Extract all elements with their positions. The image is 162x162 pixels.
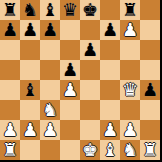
- piece-white-pawn[interactable]: ♟: [62, 80, 78, 100]
- square-f4[interactable]: [100, 80, 120, 100]
- piece-white-knight[interactable]: ♞: [122, 140, 138, 160]
- chess-board: ♜♞♝♛♚♜♟♟♟♟♟♟♟♝♟♛♟♞♟♟♟♟♟♜♚♝♞♜: [0, 0, 160, 160]
- square-b2[interactable]: ♟: [20, 120, 40, 140]
- square-d5[interactable]: ♟: [60, 60, 80, 80]
- piece-white-rook[interactable]: ♜: [2, 140, 18, 160]
- square-h7[interactable]: [140, 20, 160, 40]
- square-e4[interactable]: [80, 80, 100, 100]
- square-g4[interactable]: ♛: [120, 80, 140, 100]
- square-f7[interactable]: ♟: [100, 20, 120, 40]
- square-e8[interactable]: ♚: [80, 0, 100, 20]
- square-e1[interactable]: ♚: [80, 140, 100, 160]
- square-c6[interactable]: [40, 40, 60, 60]
- square-h6[interactable]: [140, 40, 160, 60]
- square-e6[interactable]: ♟: [80, 40, 100, 60]
- square-b5[interactable]: [20, 60, 40, 80]
- square-b8[interactable]: ♞: [20, 0, 40, 20]
- square-a6[interactable]: [0, 40, 20, 60]
- piece-black-knight[interactable]: ♞: [22, 0, 38, 20]
- piece-black-bishop[interactable]: ♝: [22, 80, 38, 100]
- square-d7[interactable]: [60, 20, 80, 40]
- square-f3[interactable]: [100, 100, 120, 120]
- piece-white-bishop[interactable]: ♝: [102, 140, 118, 160]
- square-c7[interactable]: ♟: [40, 20, 60, 40]
- square-a3[interactable]: [0, 100, 20, 120]
- square-h5[interactable]: [140, 60, 160, 80]
- square-d1[interactable]: [60, 140, 80, 160]
- square-h2[interactable]: [140, 120, 160, 140]
- square-e7[interactable]: [80, 20, 100, 40]
- square-g2[interactable]: ♟: [120, 120, 140, 140]
- square-f5[interactable]: [100, 60, 120, 80]
- piece-black-queen[interactable]: ♛: [62, 0, 78, 20]
- square-b7[interactable]: ♟: [20, 20, 40, 40]
- piece-black-king[interactable]: ♚: [82, 0, 98, 20]
- square-b3[interactable]: [20, 100, 40, 120]
- square-h8[interactable]: [140, 0, 160, 20]
- piece-black-bishop[interactable]: ♝: [42, 0, 58, 20]
- square-d2[interactable]: [60, 120, 80, 140]
- piece-black-pawn[interactable]: ♟: [2, 20, 18, 40]
- square-c4[interactable]: [40, 80, 60, 100]
- board-frame: ♜♞♝♛♚♜♟♟♟♟♟♟♟♝♟♛♟♞♟♟♟♟♟♜♚♝♞♜: [0, 0, 162, 162]
- piece-white-pawn[interactable]: ♟: [102, 120, 118, 140]
- square-g3[interactable]: [120, 100, 140, 120]
- square-c8[interactable]: ♝: [40, 0, 60, 20]
- square-d8[interactable]: ♛: [60, 0, 80, 20]
- piece-black-pawn[interactable]: ♟: [82, 40, 98, 60]
- square-g6[interactable]: [120, 40, 140, 60]
- square-f8[interactable]: [100, 0, 120, 20]
- square-f2[interactable]: ♟: [100, 120, 120, 140]
- square-b1[interactable]: [20, 140, 40, 160]
- piece-white-rook[interactable]: ♜: [142, 140, 158, 160]
- square-e5[interactable]: [80, 60, 100, 80]
- square-a4[interactable]: [0, 80, 20, 100]
- square-g8[interactable]: ♜: [120, 0, 140, 20]
- square-a2[interactable]: ♟: [0, 120, 20, 140]
- piece-white-pawn[interactable]: ♟: [42, 120, 58, 140]
- square-a8[interactable]: ♜: [0, 0, 20, 20]
- square-h1[interactable]: ♜: [140, 140, 160, 160]
- square-a5[interactable]: [0, 60, 20, 80]
- piece-black-pawn[interactable]: ♟: [102, 20, 118, 40]
- piece-white-king[interactable]: ♚: [82, 140, 98, 160]
- square-c1[interactable]: [40, 140, 60, 160]
- square-c2[interactable]: ♟: [40, 120, 60, 140]
- square-d6[interactable]: [60, 40, 80, 60]
- piece-white-pawn[interactable]: ♟: [122, 20, 138, 40]
- square-g7[interactable]: ♟: [120, 20, 140, 40]
- square-c3[interactable]: ♞: [40, 100, 60, 120]
- piece-black-rook[interactable]: ♜: [122, 0, 138, 20]
- piece-black-pawn[interactable]: ♟: [142, 80, 158, 100]
- piece-white-pawn[interactable]: ♟: [22, 120, 38, 140]
- square-e3[interactable]: [80, 100, 100, 120]
- piece-black-pawn[interactable]: ♟: [62, 60, 78, 80]
- square-d3[interactable]: [60, 100, 80, 120]
- piece-white-pawn[interactable]: ♟: [122, 120, 138, 140]
- square-g1[interactable]: ♞: [120, 140, 140, 160]
- piece-black-rook[interactable]: ♜: [2, 0, 18, 20]
- piece-black-pawn[interactable]: ♟: [22, 20, 38, 40]
- square-c5[interactable]: [40, 60, 60, 80]
- square-g5[interactable]: [120, 60, 140, 80]
- square-b6[interactable]: [20, 40, 40, 60]
- square-a1[interactable]: ♜: [0, 140, 20, 160]
- square-h4[interactable]: ♟: [140, 80, 160, 100]
- square-f6[interactable]: [100, 40, 120, 60]
- square-b4[interactable]: ♝: [20, 80, 40, 100]
- square-h3[interactable]: [140, 100, 160, 120]
- square-f1[interactable]: ♝: [100, 140, 120, 160]
- square-e2[interactable]: [80, 120, 100, 140]
- piece-white-queen[interactable]: ♛: [122, 80, 138, 100]
- square-a7[interactable]: ♟: [0, 20, 20, 40]
- piece-black-pawn[interactable]: ♟: [42, 20, 58, 40]
- piece-white-knight[interactable]: ♞: [42, 100, 58, 120]
- square-d4[interactable]: ♟: [60, 80, 80, 100]
- piece-white-pawn[interactable]: ♟: [2, 120, 18, 140]
